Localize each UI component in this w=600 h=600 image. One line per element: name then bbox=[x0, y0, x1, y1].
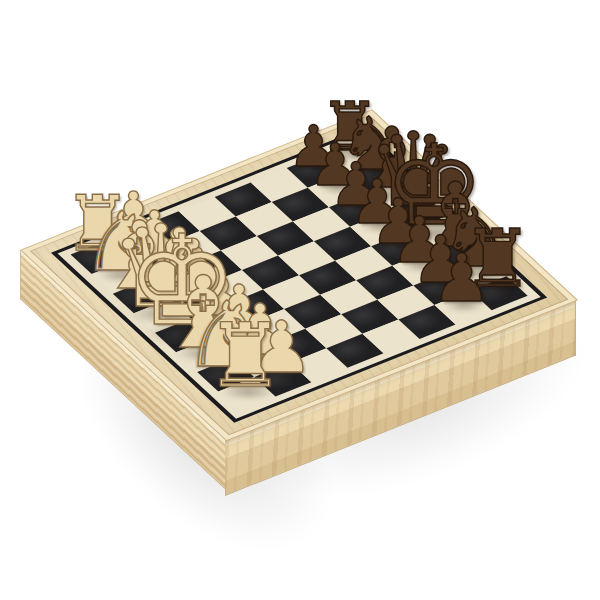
chess-box-scene: ♜♞♝♛♚♝♞♜♟♟♟♟♟♟♟♟♟♟♟♟♟♟♟♟♜♞♝♛♚♝♞♜ bbox=[0, 0, 600, 600]
pieces-layer: ♜♞♝♛♚♝♞♜♟♟♟♟♟♟♟♟♟♟♟♟♟♟♟♟♜♞♝♛♚♝♞♜ bbox=[0, 0, 600, 600]
piece-white-rook[interactable]: ♜ bbox=[206, 312, 285, 400]
piece-black-pawn[interactable]: ♟ bbox=[432, 246, 492, 312]
